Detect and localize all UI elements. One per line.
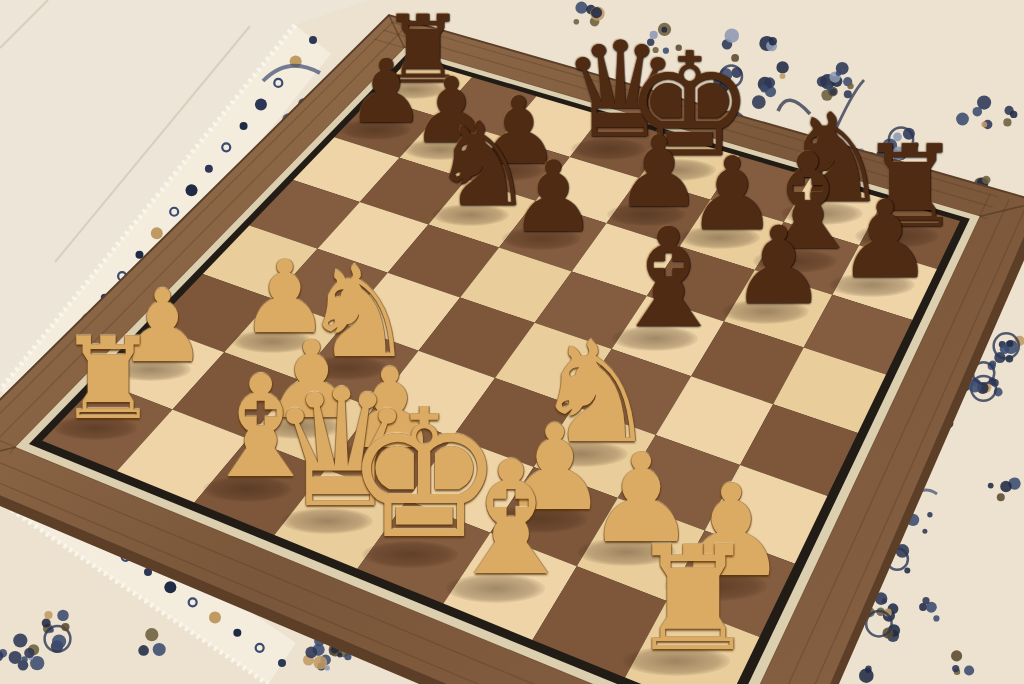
piece-black-pawn-h7[interactable]: ♟: [837, 186, 933, 293]
piece-white-bishop-f1[interactable]: ♝: [441, 441, 582, 598]
piece-white-rook-h1[interactable]: ♜: [628, 527, 757, 671]
piece-black-pawn-g6[interactable]: ♟: [731, 212, 827, 319]
piece-black-pawn-d6[interactable]: ♟: [509, 148, 597, 246]
chess-photo-scene: ♜♟♛♟♚♟♞♟♞♜♟♟♝♟♟♝♟♞♟♟♜♞♟♝♟♛♟♚♟♝♜: [0, 0, 1024, 684]
piece-white-rook-a1[interactable]: ♜: [57, 323, 158, 436]
